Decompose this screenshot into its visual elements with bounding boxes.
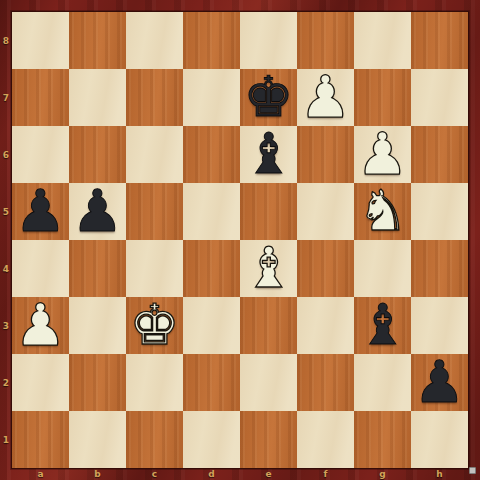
square-d1[interactable] <box>183 411 240 468</box>
square-f8[interactable] <box>297 12 354 69</box>
square-f7[interactable]: ♟ <box>297 69 354 126</box>
file-label-e: e <box>240 468 297 480</box>
file-label-d: d <box>183 468 240 480</box>
square-a4[interactable] <box>12 240 69 297</box>
rank-label-2: 2 <box>0 354 12 411</box>
square-h2[interactable]: ♟ <box>411 354 468 411</box>
square-e2[interactable] <box>240 354 297 411</box>
piece-black-bishop[interactable]: ♝ <box>357 297 407 353</box>
square-b5[interactable]: ♟ <box>69 183 126 240</box>
square-f4[interactable] <box>297 240 354 297</box>
square-h1[interactable] <box>411 411 468 468</box>
board-grid: ♚♟♝♟♟♟♞♝♟♚♝♟ <box>12 12 468 468</box>
square-c2[interactable] <box>126 354 183 411</box>
square-g3[interactable]: ♝ <box>354 297 411 354</box>
file-label-b: b <box>69 468 126 480</box>
square-b8[interactable] <box>69 12 126 69</box>
piece-black-king[interactable]: ♚ <box>243 69 293 125</box>
square-f3[interactable] <box>297 297 354 354</box>
rank-label-3: 3 <box>0 297 12 354</box>
square-g4[interactable] <box>354 240 411 297</box>
square-f5[interactable] <box>297 183 354 240</box>
square-g1[interactable] <box>354 411 411 468</box>
square-e3[interactable] <box>240 297 297 354</box>
corner-artifact <box>469 467 476 474</box>
file-label-c: c <box>126 468 183 480</box>
square-e1[interactable] <box>240 411 297 468</box>
square-b3[interactable] <box>69 297 126 354</box>
square-c6[interactable] <box>126 126 183 183</box>
file-label-a: a <box>12 468 69 480</box>
piece-white-pawn[interactable]: ♟ <box>300 69 352 126</box>
square-f2[interactable] <box>297 354 354 411</box>
square-h4[interactable] <box>411 240 468 297</box>
rank-label-1: 1 <box>0 411 12 468</box>
square-g2[interactable] <box>354 354 411 411</box>
square-b4[interactable] <box>69 240 126 297</box>
square-a5[interactable]: ♟ <box>12 183 69 240</box>
chess-board: ♚♟♝♟♟♟♞♝♟♚♝♟ 87654321 abcdefgh <box>0 0 480 480</box>
square-e5[interactable] <box>240 183 297 240</box>
square-a8[interactable] <box>12 12 69 69</box>
square-e4[interactable]: ♝ <box>240 240 297 297</box>
file-label-h: h <box>411 468 468 480</box>
square-d6[interactable] <box>183 126 240 183</box>
square-b7[interactable] <box>69 69 126 126</box>
square-a6[interactable] <box>12 126 69 183</box>
square-h8[interactable] <box>411 12 468 69</box>
square-e6[interactable]: ♝ <box>240 126 297 183</box>
square-e7[interactable]: ♚ <box>240 69 297 126</box>
square-g7[interactable] <box>354 69 411 126</box>
piece-white-pawn[interactable]: ♟ <box>15 297 67 354</box>
rank-label-4: 4 <box>0 240 12 297</box>
square-h7[interactable] <box>411 69 468 126</box>
square-a1[interactable] <box>12 411 69 468</box>
piece-white-knight[interactable]: ♞ <box>357 183 407 239</box>
square-d8[interactable] <box>183 12 240 69</box>
square-d7[interactable] <box>183 69 240 126</box>
square-d5[interactable] <box>183 183 240 240</box>
square-d2[interactable] <box>183 354 240 411</box>
piece-white-pawn[interactable]: ♟ <box>357 126 409 183</box>
square-c1[interactable] <box>126 411 183 468</box>
square-b1[interactable] <box>69 411 126 468</box>
square-d4[interactable] <box>183 240 240 297</box>
piece-white-king[interactable]: ♚ <box>129 297 179 353</box>
rank-label-5: 5 <box>0 183 12 240</box>
square-f1[interactable] <box>297 411 354 468</box>
square-h5[interactable] <box>411 183 468 240</box>
square-c8[interactable] <box>126 12 183 69</box>
square-c4[interactable] <box>126 240 183 297</box>
square-a3[interactable]: ♟ <box>12 297 69 354</box>
square-g5[interactable]: ♞ <box>354 183 411 240</box>
piece-black-pawn[interactable]: ♟ <box>414 354 466 411</box>
piece-black-pawn[interactable]: ♟ <box>15 183 67 240</box>
square-h6[interactable] <box>411 126 468 183</box>
square-c7[interactable] <box>126 69 183 126</box>
square-g6[interactable]: ♟ <box>354 126 411 183</box>
square-h3[interactable] <box>411 297 468 354</box>
rank-label-8: 8 <box>0 12 12 69</box>
square-c5[interactable] <box>126 183 183 240</box>
file-label-g: g <box>354 468 411 480</box>
piece-black-bishop[interactable]: ♝ <box>243 126 293 182</box>
square-e8[interactable] <box>240 12 297 69</box>
square-d3[interactable] <box>183 297 240 354</box>
square-a7[interactable] <box>12 69 69 126</box>
square-c3[interactable]: ♚ <box>126 297 183 354</box>
square-f6[interactable] <box>297 126 354 183</box>
square-a2[interactable] <box>12 354 69 411</box>
rank-label-7: 7 <box>0 69 12 126</box>
piece-white-bishop[interactable]: ♝ <box>243 240 293 296</box>
rank-label-6: 6 <box>0 126 12 183</box>
square-b6[interactable] <box>69 126 126 183</box>
piece-black-pawn[interactable]: ♟ <box>72 183 124 240</box>
square-g8[interactable] <box>354 12 411 69</box>
file-label-f: f <box>297 468 354 480</box>
square-b2[interactable] <box>69 354 126 411</box>
